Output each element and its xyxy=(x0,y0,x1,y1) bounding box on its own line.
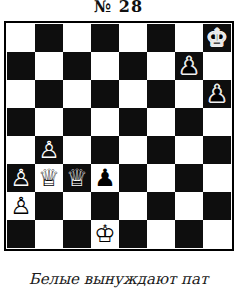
square-c4 xyxy=(63,136,91,164)
square-g6 xyxy=(175,80,203,108)
square-b5 xyxy=(35,108,63,136)
square-b7 xyxy=(35,52,63,80)
square-f7 xyxy=(147,52,175,80)
square-h4 xyxy=(203,136,231,164)
white-pawn-b4: ♙ xyxy=(38,136,60,164)
square-f8 xyxy=(147,24,175,52)
black-pawn-d3: ♟ xyxy=(94,164,116,192)
square-e3 xyxy=(119,164,147,192)
square-d7 xyxy=(91,52,119,80)
square-e1 xyxy=(119,220,147,248)
square-h2 xyxy=(203,192,231,220)
square-g3 xyxy=(175,164,203,192)
square-b8 xyxy=(35,24,63,52)
square-h3 xyxy=(203,164,231,192)
square-d5 xyxy=(91,108,119,136)
square-c3: ♕ xyxy=(63,164,91,192)
square-e2 xyxy=(119,192,147,220)
square-a4 xyxy=(7,136,35,164)
square-h5 xyxy=(203,108,231,136)
square-f1 xyxy=(147,220,175,248)
square-a3: ♙ xyxy=(7,164,35,192)
square-a1 xyxy=(7,220,35,248)
square-d3: ♟ xyxy=(91,164,119,192)
chess-board-frame: ♚♟♟♙♙♕♕♟♙♔ xyxy=(4,21,234,251)
white-king-d1: ♔ xyxy=(94,220,116,248)
white-queen-b3: ♕ xyxy=(38,164,60,192)
square-f3 xyxy=(147,164,175,192)
black-king-h8: ♚ xyxy=(206,24,228,52)
square-e6 xyxy=(119,80,147,108)
square-g8 xyxy=(175,24,203,52)
square-d1: ♔ xyxy=(91,220,119,248)
square-f5 xyxy=(147,108,175,136)
square-h8: ♚ xyxy=(203,24,231,52)
square-g2 xyxy=(175,192,203,220)
square-d8 xyxy=(91,24,119,52)
square-f4 xyxy=(147,136,175,164)
chess-board: ♚♟♟♙♙♕♕♟♙♔ xyxy=(7,24,231,248)
square-h6: ♟ xyxy=(203,80,231,108)
square-b4: ♙ xyxy=(35,136,63,164)
white-pawn-a3: ♙ xyxy=(10,164,32,192)
square-d6 xyxy=(91,80,119,108)
square-b3: ♕ xyxy=(35,164,63,192)
square-g4 xyxy=(175,136,203,164)
puzzle-number: № 28 xyxy=(0,0,237,16)
white-pawn-a2: ♙ xyxy=(10,192,32,220)
square-a7 xyxy=(7,52,35,80)
square-f2 xyxy=(147,192,175,220)
square-c6 xyxy=(63,80,91,108)
black-pawn-g7: ♟ xyxy=(178,52,200,80)
square-g5 xyxy=(175,108,203,136)
square-h7 xyxy=(203,52,231,80)
square-a8 xyxy=(7,24,35,52)
square-g1 xyxy=(175,220,203,248)
square-c8 xyxy=(63,24,91,52)
square-c1 xyxy=(63,220,91,248)
square-c5 xyxy=(63,108,91,136)
square-d4 xyxy=(91,136,119,164)
square-d2 xyxy=(91,192,119,220)
square-b1 xyxy=(35,220,63,248)
square-b6 xyxy=(35,80,63,108)
square-b2 xyxy=(35,192,63,220)
square-e4 xyxy=(119,136,147,164)
square-a2: ♙ xyxy=(7,192,35,220)
diagram-page: № 28 ♚♟♟♙♙♕♕♟♙♔ Белые вынуждают пат xyxy=(0,0,237,295)
black-pawn-h6: ♟ xyxy=(206,80,228,108)
square-a5 xyxy=(7,108,35,136)
square-a6 xyxy=(7,80,35,108)
square-e7 xyxy=(119,52,147,80)
white-queen-c3: ♕ xyxy=(66,164,88,192)
square-f6 xyxy=(147,80,175,108)
puzzle-caption: Белые вынуждают пат xyxy=(0,270,237,288)
square-h1 xyxy=(203,220,231,248)
square-g7: ♟ xyxy=(175,52,203,80)
square-e5 xyxy=(119,108,147,136)
square-e8 xyxy=(119,24,147,52)
square-c7 xyxy=(63,52,91,80)
square-c2 xyxy=(63,192,91,220)
